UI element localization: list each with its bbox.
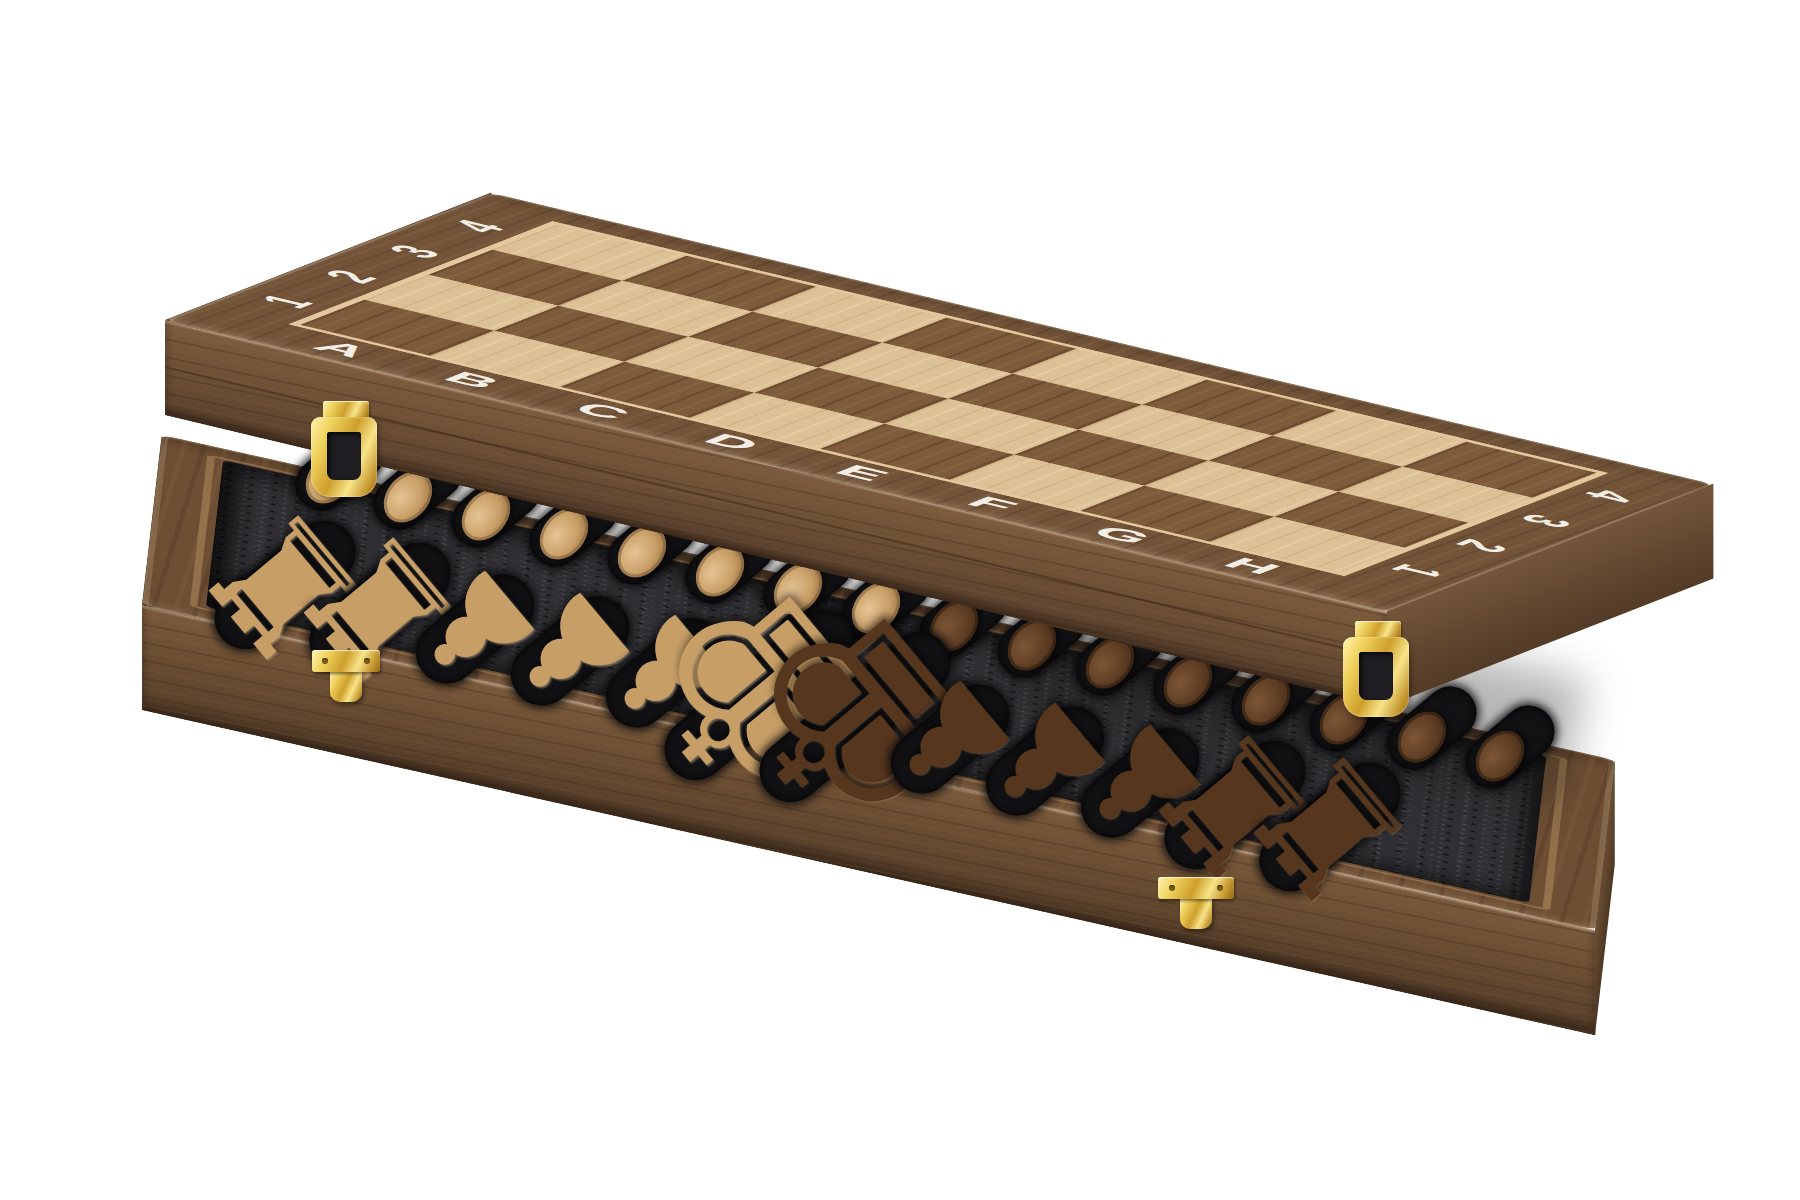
hasp-loop <box>1343 637 1409 717</box>
brass-catch-left <box>312 650 380 702</box>
brass-hasp-left <box>311 401 381 497</box>
brass-hasp-right <box>1343 621 1413 717</box>
hasp-loop <box>311 417 377 497</box>
brass-catch-right <box>1158 877 1234 929</box>
chess-case-scene: ♜♜♟♟♟♚♚♟♟♟♜♜ ABCDEFGH12341234 <box>0 0 1800 1200</box>
rook-glyph: ♜ <box>1284 772 1376 882</box>
